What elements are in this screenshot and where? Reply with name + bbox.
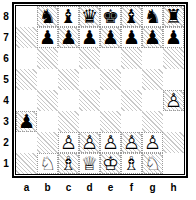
piece-black-rook: ♜	[163, 6, 184, 27]
square-b3[interactable]	[37, 111, 58, 132]
square-d1[interactable]: ♛♕	[79, 153, 100, 174]
square-d4[interactable]	[79, 90, 100, 111]
piece-black-pawn: ♟	[37, 27, 58, 48]
file-label-d: d	[79, 181, 100, 195]
square-c8[interactable]: ♝	[58, 6, 79, 27]
square-e1[interactable]: ♚♔	[100, 153, 121, 174]
piece-outline: ♙	[165, 89, 182, 111]
piece-outline: ♙	[81, 131, 98, 153]
square-h4[interactable]: ♟♙	[163, 90, 184, 111]
piece-outline: ♙	[60, 131, 77, 153]
piece-black-knight: ♞	[142, 6, 163, 27]
square-f3[interactable]	[121, 111, 142, 132]
piece-black-queen: ♛	[79, 6, 100, 27]
square-f8[interactable]: ♝	[121, 6, 142, 27]
piece-black-pawn: ♟	[16, 111, 37, 132]
square-b1[interactable]: ♞♘	[37, 153, 58, 174]
square-e5[interactable]	[100, 69, 121, 90]
piece-outline: ♘	[144, 152, 161, 174]
square-a7[interactable]	[16, 27, 37, 48]
square-h5[interactable]	[163, 69, 184, 90]
rank-label-1: 1	[0, 153, 12, 174]
square-a5[interactable]	[16, 69, 37, 90]
board-frame-inner: ♞♝♛♚♝♞♜♟♟♟♟♟♟♟♟♙♟♟♙♟♙♟♙♟♙♟♙♞♘♝♗♛♕♚♔♝♗♞♘	[15, 5, 185, 175]
square-a3[interactable]: ♟	[16, 111, 37, 132]
file-label-b: b	[37, 181, 58, 195]
square-b5[interactable]	[37, 69, 58, 90]
rank-label-6: 6	[0, 48, 12, 69]
piece-outline: ♙	[102, 131, 119, 153]
piece-white-queen: ♛♕	[79, 153, 100, 174]
file-labels: abcdefgh	[16, 181, 184, 195]
square-h6[interactable]	[163, 48, 184, 69]
piece-outline: ♕	[81, 152, 98, 174]
chess-diagram: 87654321 ♞♝♛♚♝♞♜♟♟♟♟♟♟♟♟♙♟♟♙♟♙♟♙♟♙♟♙♞♘♝♗…	[0, 0, 196, 200]
square-h1[interactable]	[163, 153, 184, 174]
file-label-h: h	[163, 181, 184, 195]
square-c5[interactable]	[58, 69, 79, 90]
square-f4[interactable]	[121, 90, 142, 111]
square-h3[interactable]	[163, 111, 184, 132]
square-d3[interactable]	[79, 111, 100, 132]
square-d6[interactable]	[79, 48, 100, 69]
square-c3[interactable]	[58, 111, 79, 132]
square-b8[interactable]: ♞	[37, 6, 58, 27]
square-f6[interactable]	[121, 48, 142, 69]
square-g5[interactable]	[142, 69, 163, 90]
rank-label-5: 5	[0, 69, 12, 90]
square-a1[interactable]	[16, 153, 37, 174]
square-e3[interactable]	[100, 111, 121, 132]
square-d7[interactable]: ♟	[79, 27, 100, 48]
file-label-c: c	[58, 181, 79, 195]
piece-white-bishop: ♝♗	[58, 153, 79, 174]
square-c6[interactable]	[58, 48, 79, 69]
square-f7[interactable]: ♟	[121, 27, 142, 48]
piece-black-pawn: ♟	[100, 27, 121, 48]
piece-black-knight: ♞	[37, 6, 58, 27]
square-g1[interactable]: ♞♘	[142, 153, 163, 174]
square-e7[interactable]: ♟	[100, 27, 121, 48]
square-e4[interactable]	[100, 90, 121, 111]
piece-white-pawn: ♟♙	[58, 132, 79, 153]
square-c7[interactable]: ♟	[58, 27, 79, 48]
piece-white-knight: ♞♘	[37, 153, 58, 174]
square-g2[interactable]: ♟♙	[142, 132, 163, 153]
rank-label-4: 4	[0, 90, 12, 111]
rank-label-2: 2	[0, 132, 12, 153]
square-c2[interactable]: ♟♙	[58, 132, 79, 153]
square-b7[interactable]: ♟	[37, 27, 58, 48]
square-g3[interactable]	[142, 111, 163, 132]
rank-label-3: 3	[0, 111, 12, 132]
square-b4[interactable]	[37, 90, 58, 111]
piece-white-king: ♚♔	[100, 153, 121, 174]
piece-white-pawn: ♟♙	[79, 132, 100, 153]
piece-black-bishop: ♝	[58, 6, 79, 27]
piece-black-pawn: ♟	[79, 27, 100, 48]
square-h2[interactable]	[163, 132, 184, 153]
square-e8[interactable]: ♚	[100, 6, 121, 27]
file-label-g: g	[142, 181, 163, 195]
piece-white-pawn: ♟♙	[163, 90, 184, 111]
file-label-e: e	[100, 181, 121, 195]
piece-black-pawn: ♟	[142, 27, 163, 48]
piece-outline: ♙	[123, 131, 140, 153]
board-grid: ♞♝♛♚♝♞♜♟♟♟♟♟♟♟♟♙♟♟♙♟♙♟♙♟♙♟♙♞♘♝♗♛♕♚♔♝♗♞♘	[16, 6, 184, 174]
piece-white-bishop: ♝♗	[121, 153, 142, 174]
square-g6[interactable]	[142, 48, 163, 69]
square-g7[interactable]: ♟	[142, 27, 163, 48]
piece-white-knight: ♞♘	[142, 153, 163, 174]
file-label-f: f	[121, 181, 142, 195]
square-b6[interactable]	[37, 48, 58, 69]
square-a4[interactable]	[16, 90, 37, 111]
square-e2[interactable]: ♟♙	[100, 132, 121, 153]
chess-board: ♞♝♛♚♝♞♜♟♟♟♟♟♟♟♟♙♟♟♙♟♙♟♙♟♙♟♙♞♘♝♗♛♕♚♔♝♗♞♘	[12, 2, 188, 178]
square-e6[interactable]	[100, 48, 121, 69]
piece-outline: ♙	[144, 131, 161, 153]
piece-black-pawn: ♟	[121, 27, 142, 48]
square-d8[interactable]: ♛	[79, 6, 100, 27]
board-frame-gap: ♞♝♛♚♝♞♜♟♟♟♟♟♟♟♟♙♟♟♙♟♙♟♙♟♙♟♙♞♘♝♗♛♕♚♔♝♗♞♘	[14, 4, 186, 176]
square-g4[interactable]	[142, 90, 163, 111]
square-c1[interactable]: ♝♗	[58, 153, 79, 174]
rank-labels: 87654321	[0, 6, 12, 174]
square-a8[interactable]	[16, 6, 37, 27]
square-f5[interactable]	[121, 69, 142, 90]
piece-black-bishop: ♝	[121, 6, 142, 27]
square-d5[interactable]	[79, 69, 100, 90]
piece-outline: ♘	[39, 152, 56, 174]
square-a2[interactable]	[16, 132, 37, 153]
piece-white-pawn: ♟♙	[100, 132, 121, 153]
square-c4[interactable]	[58, 90, 79, 111]
piece-outline: ♗	[60, 152, 77, 174]
rank-label-7: 7	[0, 27, 12, 48]
piece-outline: ♔	[102, 152, 119, 174]
rank-label-8: 8	[0, 6, 12, 27]
piece-white-pawn: ♟♙	[142, 132, 163, 153]
piece-white-pawn: ♟♙	[121, 132, 142, 153]
square-h7[interactable]: ♟	[163, 27, 184, 48]
square-f1[interactable]: ♝♗	[121, 153, 142, 174]
square-g8[interactable]: ♞	[142, 6, 163, 27]
piece-outline: ♗	[123, 152, 140, 174]
piece-black-pawn: ♟	[163, 27, 184, 48]
square-d2[interactable]: ♟♙	[79, 132, 100, 153]
file-label-a: a	[16, 181, 37, 195]
square-a6[interactable]	[16, 48, 37, 69]
square-b2[interactable]	[37, 132, 58, 153]
piece-black-king: ♚	[100, 6, 121, 27]
square-f2[interactable]: ♟♙	[121, 132, 142, 153]
square-h8[interactable]: ♜	[163, 6, 184, 27]
piece-black-pawn: ♟	[58, 27, 79, 48]
